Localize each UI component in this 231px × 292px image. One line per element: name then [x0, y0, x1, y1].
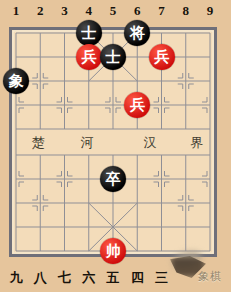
black-general[interactable]: 将 — [124, 20, 150, 46]
file-label-bottom-4: 六 — [82, 271, 95, 284]
river-label-4: 界 — [191, 136, 204, 149]
file-label-bottom-1: 九 — [10, 271, 23, 284]
file-label-bottom-2: 八 — [34, 271, 47, 284]
black-advisor-2[interactable]: 士 — [100, 44, 126, 70]
black-elephant[interactable]: 象 — [3, 68, 29, 94]
red-general[interactable]: 帅 — [100, 238, 126, 264]
red-soldier-1[interactable]: 兵 — [76, 44, 102, 70]
river-label-1: 楚 — [32, 136, 45, 149]
file-label-bottom-7: 三 — [155, 271, 168, 284]
red-soldier-3[interactable]: 兵 — [124, 92, 150, 118]
black-soldier[interactable]: 卒 — [100, 166, 126, 192]
black-advisor-1[interactable]: 士 — [76, 20, 102, 46]
river-label-3: 汉 — [144, 136, 157, 149]
file-label-bottom-6: 四 — [131, 271, 144, 284]
red-soldier-2[interactable]: 兵 — [149, 44, 175, 70]
river-label-2: 河 — [81, 136, 94, 149]
file-label-bottom-5: 五 — [107, 271, 120, 284]
xiangqi-app: 123456789 楚河汉界 士将兵士兵象兵卒帅 九八七六五四三 象棋 — [0, 0, 231, 292]
file-label-bottom-3: 七 — [58, 271, 71, 284]
